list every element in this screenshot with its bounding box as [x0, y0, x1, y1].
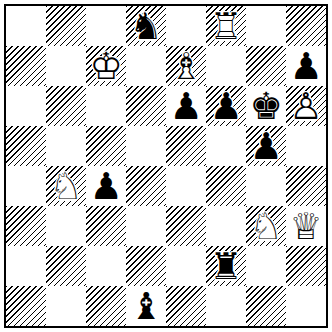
white-king-piece-fill: ♚: [86, 46, 126, 86]
square-d1[interactable]: ♝: [126, 286, 166, 326]
black-knight-piece: ♞: [126, 6, 166, 46]
black-pawn-piece: ♟: [86, 166, 126, 206]
square-e8[interactable]: [166, 6, 206, 46]
square-e1[interactable]: [166, 286, 206, 326]
square-b2[interactable]: [46, 246, 86, 286]
black-pawn-piece: ♟: [206, 86, 246, 126]
white-rook-piece-fill: ♜: [206, 6, 246, 46]
square-d6[interactable]: [126, 86, 166, 126]
square-c1[interactable]: [86, 286, 126, 326]
square-h4[interactable]: [286, 166, 326, 206]
square-a1[interactable]: [6, 286, 46, 326]
square-a4[interactable]: [6, 166, 46, 206]
white-pawn-piece: ♙: [286, 86, 326, 126]
white-bishop-piece: ♗: [166, 46, 206, 86]
square-c6[interactable]: [86, 86, 126, 126]
square-c2[interactable]: [86, 246, 126, 286]
square-h5[interactable]: [286, 126, 326, 166]
white-bishop-piece-fill: ♝: [166, 46, 206, 86]
square-b7[interactable]: [46, 46, 86, 86]
square-g7[interactable]: [246, 46, 286, 86]
square-a2[interactable]: [6, 246, 46, 286]
square-d7[interactable]: [126, 46, 166, 86]
square-a8[interactable]: [6, 6, 46, 46]
chess-diagram: ♞♜♖♚♔♝♗♟♟♟♚♟♙♟♞♘♟♞♘♛♕♜♝: [0, 0, 332, 332]
square-e3[interactable]: [166, 206, 206, 246]
square-d8[interactable]: ♞: [126, 6, 166, 46]
square-d2[interactable]: [126, 246, 166, 286]
square-h2[interactable]: [286, 246, 326, 286]
square-f4[interactable]: [206, 166, 246, 206]
white-queen-piece: ♕: [286, 206, 326, 246]
square-b5[interactable]: [46, 126, 86, 166]
white-pawn-piece-fill: ♟: [286, 86, 326, 126]
square-d5[interactable]: [126, 126, 166, 166]
square-f1[interactable]: [206, 286, 246, 326]
chess-board: ♞♜♖♚♔♝♗♟♟♟♚♟♙♟♞♘♟♞♘♛♕♜♝: [4, 4, 328, 328]
square-e2[interactable]: [166, 246, 206, 286]
white-queen-piece-fill: ♛: [286, 206, 326, 246]
square-b4[interactable]: ♞♘: [46, 166, 86, 206]
square-a7[interactable]: [6, 46, 46, 86]
square-h6[interactable]: ♟♙: [286, 86, 326, 126]
square-c5[interactable]: [86, 126, 126, 166]
square-c7[interactable]: ♚♔: [86, 46, 126, 86]
square-g1[interactable]: [246, 286, 286, 326]
square-e5[interactable]: [166, 126, 206, 166]
square-g8[interactable]: [246, 6, 286, 46]
square-h8[interactable]: [286, 6, 326, 46]
black-bishop-piece: ♝: [126, 286, 166, 326]
square-f7[interactable]: [206, 46, 246, 86]
square-d3[interactable]: [126, 206, 166, 246]
white-rook-piece: ♖: [206, 6, 246, 46]
square-a6[interactable]: [6, 86, 46, 126]
white-knight-piece-fill: ♞: [46, 166, 86, 206]
square-f5[interactable]: [206, 126, 246, 166]
black-king-piece: ♚: [246, 86, 286, 126]
square-f2[interactable]: ♜: [206, 246, 246, 286]
square-e6[interactable]: ♟: [166, 86, 206, 126]
black-pawn-piece: ♟: [166, 86, 206, 126]
black-pawn-piece: ♟: [286, 46, 326, 86]
white-knight-piece: ♘: [46, 166, 86, 206]
square-g3[interactable]: ♞♘: [246, 206, 286, 246]
white-knight-piece-fill: ♞: [246, 206, 286, 246]
square-e4[interactable]: [166, 166, 206, 206]
square-c3[interactable]: [86, 206, 126, 246]
square-b8[interactable]: [46, 6, 86, 46]
square-h1[interactable]: [286, 286, 326, 326]
square-a5[interactable]: [6, 126, 46, 166]
square-h7[interactable]: ♟: [286, 46, 326, 86]
square-h3[interactable]: ♛♕: [286, 206, 326, 246]
square-g6[interactable]: ♚: [246, 86, 286, 126]
square-g4[interactable]: [246, 166, 286, 206]
square-f6[interactable]: ♟: [206, 86, 246, 126]
black-pawn-piece: ♟: [246, 126, 286, 166]
square-b3[interactable]: [46, 206, 86, 246]
white-knight-piece: ♘: [246, 206, 286, 246]
square-f8[interactable]: ♜♖: [206, 6, 246, 46]
square-d4[interactable]: [126, 166, 166, 206]
square-f3[interactable]: [206, 206, 246, 246]
square-b6[interactable]: [46, 86, 86, 126]
square-b1[interactable]: [46, 286, 86, 326]
square-e7[interactable]: ♝♗: [166, 46, 206, 86]
white-king-piece: ♔: [86, 46, 126, 86]
square-c4[interactable]: ♟: [86, 166, 126, 206]
square-g2[interactable]: [246, 246, 286, 286]
square-c8[interactable]: [86, 6, 126, 46]
square-g5[interactable]: ♟: [246, 126, 286, 166]
square-a3[interactable]: [6, 206, 46, 246]
black-rook-piece: ♜: [206, 246, 246, 286]
